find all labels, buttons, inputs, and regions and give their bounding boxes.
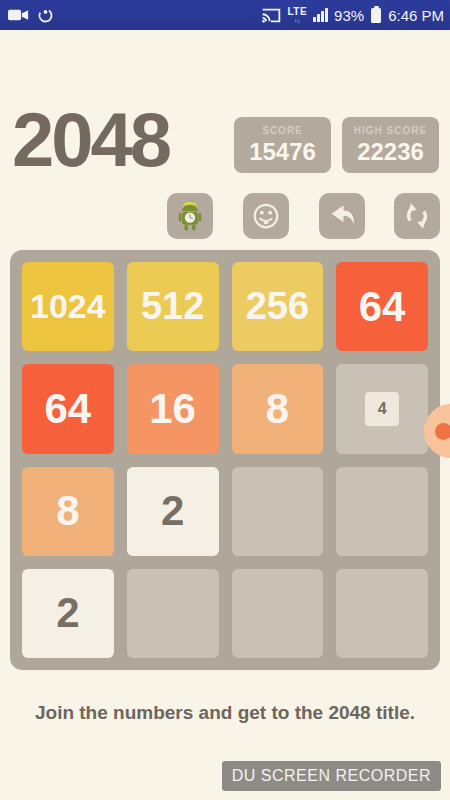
tile-8: 8 (22, 467, 114, 556)
tile-16: 16 (127, 364, 219, 453)
tile-256: 256 (232, 262, 324, 351)
empty-cell (336, 467, 428, 556)
emoji-theme-button[interactable] (243, 193, 289, 239)
restart-button[interactable] (394, 193, 440, 239)
tagline: Join the numbers and get to the 2048 tit… (0, 702, 450, 724)
lte-indicator: LTE ↑↓ (287, 7, 307, 24)
tile-64: 64 (336, 262, 428, 351)
high-score-label: HIGH SCORE (354, 125, 427, 136)
lte-arrows-icon: ↑↓ (294, 18, 300, 24)
score-label: SCORE (262, 125, 303, 136)
board[interactable]: 102451225664641684822 (10, 250, 440, 670)
empty-cell (232, 569, 324, 658)
smiley-icon (251, 201, 281, 231)
refresh-icon (402, 201, 432, 231)
tile-2: 2 (127, 467, 219, 556)
camcorder-icon (8, 8, 29, 22)
app-title: 2048 (12, 96, 222, 183)
cast-icon (261, 7, 281, 24)
android-robot-icon (175, 200, 205, 232)
spawning-tile-4: 4 (336, 364, 428, 453)
tile-value: 4 (365, 392, 399, 426)
high-score-value: 22236 (357, 138, 424, 166)
battery-icon (371, 8, 381, 23)
tile-64: 64 (22, 364, 114, 453)
du-recorder-dot-icon (435, 423, 450, 440)
empty-cell (336, 569, 428, 658)
signal-strength-icon (313, 8, 328, 22)
empty-cell (127, 569, 219, 658)
high-score-box: HIGH SCORE 22236 (342, 117, 439, 173)
battery-percent: 93% (334, 7, 364, 24)
du-screen-recorder-watermark: DU SCREEN RECORDER (222, 761, 441, 791)
empty-cell (232, 467, 324, 556)
status-bar: LTE ↑↓ 93% 6:46 PM (0, 0, 450, 30)
record-icon (37, 7, 54, 24)
tile-512: 512 (127, 262, 219, 351)
tile-2: 2 (22, 569, 114, 658)
undo-button[interactable] (319, 193, 365, 239)
android-leaderboard-button[interactable] (167, 193, 213, 239)
screen: LTE ↑↓ 93% 6:46 PM 2048 SCORE 15476 HIGH… (0, 0, 450, 800)
score-box: SCORE 15476 (234, 117, 331, 173)
score-value: 15476 (249, 138, 316, 166)
board-grid: 102451225664641684822 (22, 262, 428, 658)
clock: 6:46 PM (388, 7, 444, 24)
undo-arrow-icon (327, 203, 357, 229)
tile-1024: 1024 (22, 262, 114, 351)
tile-8: 8 (232, 364, 324, 453)
